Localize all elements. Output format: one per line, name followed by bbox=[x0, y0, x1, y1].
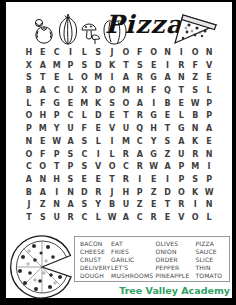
word-item: THIN bbox=[195, 264, 225, 272]
grid-cell[interactable]: T bbox=[36, 71, 50, 84]
grid-cell[interactable]: P bbox=[50, 110, 64, 123]
grid-cell[interactable]: D bbox=[91, 84, 105, 97]
grid-cell[interactable]: L bbox=[202, 84, 216, 97]
grid-cell[interactable]: H bbox=[147, 122, 161, 135]
grid-cell[interactable]: U bbox=[64, 122, 78, 135]
grid-cell[interactable]: M bbox=[91, 71, 105, 84]
grid-cell[interactable]: L bbox=[77, 46, 91, 59]
grid-cell[interactable]: F bbox=[147, 84, 161, 97]
grid-cell[interactable]: N bbox=[22, 135, 36, 148]
word-item: DOUGH bbox=[80, 272, 111, 280]
grid-cell[interactable]: W bbox=[105, 211, 119, 224]
grid-cell[interactable]: M bbox=[188, 160, 202, 173]
grid-cell[interactable]: I bbox=[91, 148, 105, 161]
grid-cell[interactable]: A bbox=[64, 199, 78, 212]
grid-cell[interactable]: V bbox=[202, 59, 216, 72]
grid-cell[interactable]: G bbox=[147, 148, 161, 161]
grid-cell[interactable]: S bbox=[64, 173, 78, 186]
grid-cell[interactable]: L bbox=[91, 211, 105, 224]
grid-cell[interactable]: O bbox=[22, 148, 36, 161]
word-item: LET'S bbox=[111, 264, 155, 272]
grid-cell[interactable]: B bbox=[22, 84, 36, 97]
grid-cell[interactable]: N bbox=[174, 71, 188, 84]
grid-cell[interactable]: M bbox=[119, 84, 133, 97]
grid-cell[interactable]: R bbox=[174, 199, 188, 212]
grid-cell[interactable]: F bbox=[188, 59, 202, 72]
grid-cell[interactable]: C bbox=[64, 110, 78, 123]
grid-cell[interactable]: G bbox=[50, 97, 64, 110]
grid-cell[interactable]: A bbox=[36, 59, 50, 72]
grid-cell[interactable]: S bbox=[77, 199, 91, 212]
grid-cell[interactable]: O bbox=[77, 71, 91, 84]
grid-cell[interactable]: I bbox=[147, 97, 161, 110]
grid-cell[interactable]: K bbox=[188, 186, 202, 199]
grid-cell[interactable]: I bbox=[161, 59, 175, 72]
grid-cell[interactable]: R bbox=[133, 71, 147, 84]
grid-cell[interactable]: N bbox=[202, 148, 216, 161]
grid-cell[interactable]: B bbox=[161, 97, 175, 110]
word-list-column: EATFRIESGARLICLET'SMUSHROOMS bbox=[111, 240, 155, 280]
word-list-column: OLIVESONIONORDERPEPPERPINEAPPLE bbox=[155, 240, 195, 280]
grid-cell[interactable]: P bbox=[174, 160, 188, 173]
grid-cell[interactable]: R bbox=[174, 59, 188, 72]
grid-cell[interactable]: C bbox=[133, 135, 147, 148]
grid-cell[interactable]: E bbox=[91, 173, 105, 186]
grid-cell[interactable]: Y bbox=[91, 199, 105, 212]
grid-cell[interactable]: N bbox=[202, 46, 216, 59]
grid-cell[interactable]: N bbox=[188, 122, 202, 135]
grid-cell[interactable]: U bbox=[119, 122, 133, 135]
grid-cell[interactable]: C bbox=[77, 148, 91, 161]
grid-cell[interactable]: P bbox=[202, 173, 216, 186]
grid-cell[interactable]: O bbox=[188, 211, 202, 224]
grid-cell[interactable]: T bbox=[161, 199, 175, 212]
grid-cell[interactable]: C bbox=[50, 84, 64, 97]
grid-cell[interactable]: U bbox=[119, 199, 133, 212]
grid-cell[interactable]: O bbox=[174, 186, 188, 199]
word-item: GARLIC bbox=[111, 256, 155, 264]
grid-cell[interactable]: S bbox=[161, 135, 175, 148]
grid-cell[interactable]: O bbox=[105, 84, 119, 97]
grid-cell[interactable]: I bbox=[105, 135, 119, 148]
grid-cell[interactable]: E bbox=[147, 173, 161, 186]
grid-cell[interactable]: X bbox=[77, 84, 91, 97]
grid-cell[interactable]: D bbox=[91, 59, 105, 72]
grid-cell[interactable]: B bbox=[22, 186, 36, 199]
word-list-column: PIZZASAUCESLICETHINTOMATO bbox=[195, 240, 225, 280]
grid-cell[interactable]: Z bbox=[36, 199, 50, 212]
grid-cell[interactable]: S bbox=[188, 84, 202, 97]
grid-cell[interactable]: I bbox=[188, 199, 202, 212]
grid-cell[interactable]: M bbox=[50, 59, 64, 72]
grid-cell[interactable]: T bbox=[105, 173, 119, 186]
word-item: SLICE bbox=[195, 256, 225, 264]
grid-cell[interactable]: T bbox=[119, 110, 133, 123]
grid-cell[interactable]: O bbox=[22, 110, 36, 123]
grid-cell[interactable]: S bbox=[64, 148, 78, 161]
grid-cell[interactable]: S bbox=[105, 97, 119, 110]
word-item: PIZZA bbox=[195, 240, 225, 248]
grid-cell[interactable]: R bbox=[188, 148, 202, 161]
grid-cell[interactable]: E bbox=[147, 59, 161, 72]
grid-cell[interactable]: O bbox=[188, 46, 202, 59]
grid-cell[interactable]: E bbox=[50, 71, 64, 84]
grid-cell[interactable]: R bbox=[119, 148, 133, 161]
grid-cell[interactable]: A bbox=[174, 135, 188, 148]
grid-cell[interactable]: K bbox=[91, 97, 105, 110]
grid-cell[interactable]: E bbox=[91, 122, 105, 135]
grid-cell[interactable]: H bbox=[36, 110, 50, 123]
word-item: DELIVERY bbox=[80, 264, 111, 272]
grid-cell[interactable]: H bbox=[133, 84, 147, 97]
grid-cell[interactable]: S bbox=[77, 160, 91, 173]
grid-cell[interactable]: N bbox=[50, 199, 64, 212]
grid-cell[interactable]: S bbox=[77, 59, 91, 72]
grid-cell[interactable]: X bbox=[22, 59, 36, 72]
grid-cell[interactable]: E bbox=[105, 110, 119, 123]
grid-cell[interactable]: Y bbox=[50, 122, 64, 135]
grid-cell[interactable]: S bbox=[133, 59, 147, 72]
grid-cell[interactable]: M bbox=[36, 122, 50, 135]
puzzle-page: Pizza HECILSJOFONIONXAMPSDKTSEIRFVSTELOM… bbox=[6, 2, 232, 298]
word-list-column: BACONCHEESECRUSTDELIVERYDOUGH bbox=[80, 240, 111, 280]
grid-cell[interactable]: S bbox=[188, 173, 202, 186]
grid-cell[interactable]: N bbox=[64, 186, 78, 199]
grid-cell[interactable]: T bbox=[174, 84, 188, 97]
grid-cell[interactable]: G bbox=[174, 122, 188, 135]
onion-icon bbox=[57, 12, 79, 46]
mushrooms-icon bbox=[80, 20, 100, 46]
grid-cell[interactable]: U bbox=[64, 84, 78, 97]
grid-cell[interactable]: N bbox=[36, 173, 50, 186]
grid-cell[interactable]: F bbox=[77, 122, 91, 135]
grid-cell[interactable]: R bbox=[133, 160, 147, 173]
word-item: SAUCE bbox=[195, 248, 225, 256]
grid-cell[interactable]: A bbox=[36, 84, 50, 97]
grid-cell[interactable]: P bbox=[133, 186, 147, 199]
grid-cell[interactable]: O bbox=[147, 46, 161, 59]
word-item: EAT bbox=[111, 240, 155, 248]
grid-cell[interactable]: T bbox=[50, 160, 64, 173]
grid-cell[interactable]: A bbox=[202, 122, 216, 135]
grid-cell[interactable]: I bbox=[161, 173, 175, 186]
grid-cell[interactable]: K bbox=[105, 59, 119, 72]
grid-cell[interactable]: I bbox=[64, 46, 78, 59]
word-item: OLIVES bbox=[155, 240, 195, 248]
grid-cell[interactable]: A bbox=[161, 160, 175, 173]
grid-cell[interactable]: B bbox=[105, 199, 119, 212]
grid-cell[interactable]: E bbox=[36, 46, 50, 59]
letter-grid: HECILSJOFONIONXAMPSDKTSEIRFVSTELOMIARGAN… bbox=[22, 46, 216, 224]
grid-cell[interactable]: V bbox=[174, 211, 188, 224]
grid-cell[interactable]: P bbox=[50, 148, 64, 161]
grid-cell[interactable]: Z bbox=[188, 71, 202, 84]
grid-cell[interactable]: R bbox=[147, 211, 161, 224]
word-item: PINEAPPLE bbox=[155, 272, 195, 280]
grid-cell[interactable]: G bbox=[147, 110, 161, 123]
grid-cell[interactable]: A bbox=[22, 173, 36, 186]
grid-cell[interactable]: D bbox=[91, 110, 105, 123]
word-item: ONION bbox=[155, 248, 195, 256]
grid-cell[interactable]: Q bbox=[133, 122, 147, 135]
grid-cell[interactable]: A bbox=[36, 186, 50, 199]
grid-cell[interactable]: U bbox=[50, 211, 64, 224]
grid-cell[interactable]: J bbox=[105, 46, 119, 59]
word-item: CHEESE bbox=[80, 248, 111, 256]
word-item: PEPPER bbox=[155, 264, 195, 272]
grid-cell[interactable]: Z bbox=[161, 148, 175, 161]
grid-cell[interactable]: O bbox=[105, 160, 119, 173]
word-item: ORDER bbox=[155, 256, 195, 264]
grid-cell[interactable]: S bbox=[36, 211, 50, 224]
grid-cell[interactable]: S bbox=[77, 135, 91, 148]
grid-cell[interactable]: P bbox=[64, 59, 78, 72]
page-title: Pizza bbox=[105, 10, 183, 39]
grid-cell[interactable]: I bbox=[202, 160, 216, 173]
grid-cell[interactable]: H bbox=[22, 46, 36, 59]
grid-cell[interactable]: M bbox=[119, 135, 133, 148]
pizza-slice-icon bbox=[173, 9, 219, 51]
grid-cell[interactable]: F bbox=[36, 97, 50, 110]
grid-cell[interactable]: E bbox=[174, 97, 188, 110]
grid-cell[interactable]: S bbox=[22, 71, 36, 84]
grid-cell[interactable]: A bbox=[133, 148, 147, 161]
grid-cell[interactable]: D bbox=[77, 186, 91, 199]
word-item: BACON bbox=[80, 240, 111, 248]
word-item: FRIES bbox=[111, 248, 155, 256]
grid-cell[interactable]: A bbox=[119, 211, 133, 224]
grid-cell[interactable]: A bbox=[161, 71, 175, 84]
tomato-icon bbox=[32, 16, 56, 46]
grid-cell[interactable]: H bbox=[50, 173, 64, 186]
grid-cell[interactable]: L bbox=[77, 110, 91, 123]
word-item: TOMATO bbox=[195, 272, 225, 280]
grid-cell[interactable]: S bbox=[91, 46, 105, 59]
grid-cell[interactable]: T bbox=[119, 59, 133, 72]
grid-cell[interactable]: M bbox=[77, 97, 91, 110]
grid-cell[interactable]: W bbox=[50, 135, 64, 148]
grid-cell[interactable]: P bbox=[22, 122, 36, 135]
grid-cell[interactable]: V bbox=[105, 122, 119, 135]
grid-cell[interactable]: F bbox=[133, 46, 147, 59]
grid-cell[interactable]: L bbox=[64, 71, 78, 84]
grid-cell[interactable]: I bbox=[50, 186, 64, 199]
grid-cell[interactable]: C bbox=[77, 211, 91, 224]
grid-cell[interactable]: O bbox=[36, 160, 50, 173]
grid-cell[interactable]: A bbox=[133, 97, 147, 110]
grid-cell[interactable]: L bbox=[105, 148, 119, 161]
grid-cell[interactable]: C bbox=[22, 160, 36, 173]
grid-cell[interactable]: R bbox=[119, 173, 133, 186]
grid-cell[interactable]: I bbox=[105, 71, 119, 84]
grid-cell[interactable]: F bbox=[36, 148, 50, 161]
grid-cell[interactable]: D bbox=[161, 186, 175, 199]
grid-cell[interactable]: O bbox=[119, 46, 133, 59]
grid-cell[interactable]: I bbox=[174, 46, 188, 59]
grid-cell[interactable]: R bbox=[133, 110, 147, 123]
word-list: BACONCHEESECRUSTDELIVERYDOUGHEATFRIESGAR… bbox=[74, 236, 230, 282]
grid-cell[interactable]: Y bbox=[147, 135, 161, 148]
grid-cell[interactable]: N bbox=[161, 46, 175, 59]
grid-cell[interactable]: L bbox=[174, 110, 188, 123]
grid-cell[interactable]: E bbox=[147, 199, 161, 212]
grid-cell[interactable]: L bbox=[22, 97, 36, 110]
grid-cell[interactable]: O bbox=[119, 97, 133, 110]
grid-cell[interactable]: I bbox=[133, 173, 147, 186]
grid-cell[interactable]: P bbox=[202, 97, 216, 110]
grid-cell[interactable]: E bbox=[36, 135, 50, 148]
word-item: MUSHROOMS bbox=[111, 272, 155, 280]
grid-cell[interactable]: C bbox=[50, 46, 64, 59]
grid-cell[interactable]: H bbox=[119, 186, 133, 199]
grid-cell[interactable]: P bbox=[174, 173, 188, 186]
grid-cell[interactable]: Z bbox=[147, 186, 161, 199]
grid-cell[interactable]: Q bbox=[161, 84, 175, 97]
grid-cell[interactable]: V bbox=[91, 160, 105, 173]
grid-cell[interactable]: E bbox=[202, 135, 216, 148]
grid-cell[interactable]: W bbox=[188, 97, 202, 110]
grid-cell[interactable]: E bbox=[64, 97, 78, 110]
grid-cell[interactable]: E bbox=[202, 71, 216, 84]
grid-cell[interactable]: U bbox=[174, 148, 188, 161]
grid-cell[interactable]: T bbox=[22, 211, 36, 224]
grid-cell[interactable]: A bbox=[119, 71, 133, 84]
grid-cell[interactable]: L bbox=[202, 211, 216, 224]
grid-cell[interactable]: E bbox=[161, 110, 175, 123]
grid-cell[interactable]: J bbox=[105, 186, 119, 199]
grid-cell[interactable]: A bbox=[64, 135, 78, 148]
grid-cell[interactable]: W bbox=[202, 186, 216, 199]
grid-cell[interactable]: Z bbox=[133, 199, 147, 212]
grid-cell[interactable]: B bbox=[188, 110, 202, 123]
grid-cell[interactable]: T bbox=[161, 122, 175, 135]
grid-cell[interactable]: J bbox=[22, 199, 36, 212]
grid-cell[interactable]: P bbox=[64, 160, 78, 173]
word-item: CRUST bbox=[80, 256, 111, 264]
grid-cell[interactable]: E bbox=[161, 211, 175, 224]
grid-cell[interactable]: K bbox=[188, 135, 202, 148]
grid-cell[interactable]: R bbox=[91, 186, 105, 199]
grid-cell[interactable]: R bbox=[64, 211, 78, 224]
grid-cell[interactable]: L bbox=[91, 135, 105, 148]
credit-text: Tree Valley Academy bbox=[119, 285, 230, 296]
grid-cell[interactable]: E bbox=[77, 173, 91, 186]
whole-pizza-icon bbox=[8, 233, 76, 305]
grid-cell[interactable]: C bbox=[119, 160, 133, 173]
grid-cell[interactable]: C bbox=[133, 211, 147, 224]
grid-cell[interactable]: N bbox=[202, 199, 216, 212]
grid-cell[interactable]: G bbox=[147, 71, 161, 84]
grid-cell[interactable]: P bbox=[202, 110, 216, 123]
grid-cell[interactable]: W bbox=[147, 160, 161, 173]
